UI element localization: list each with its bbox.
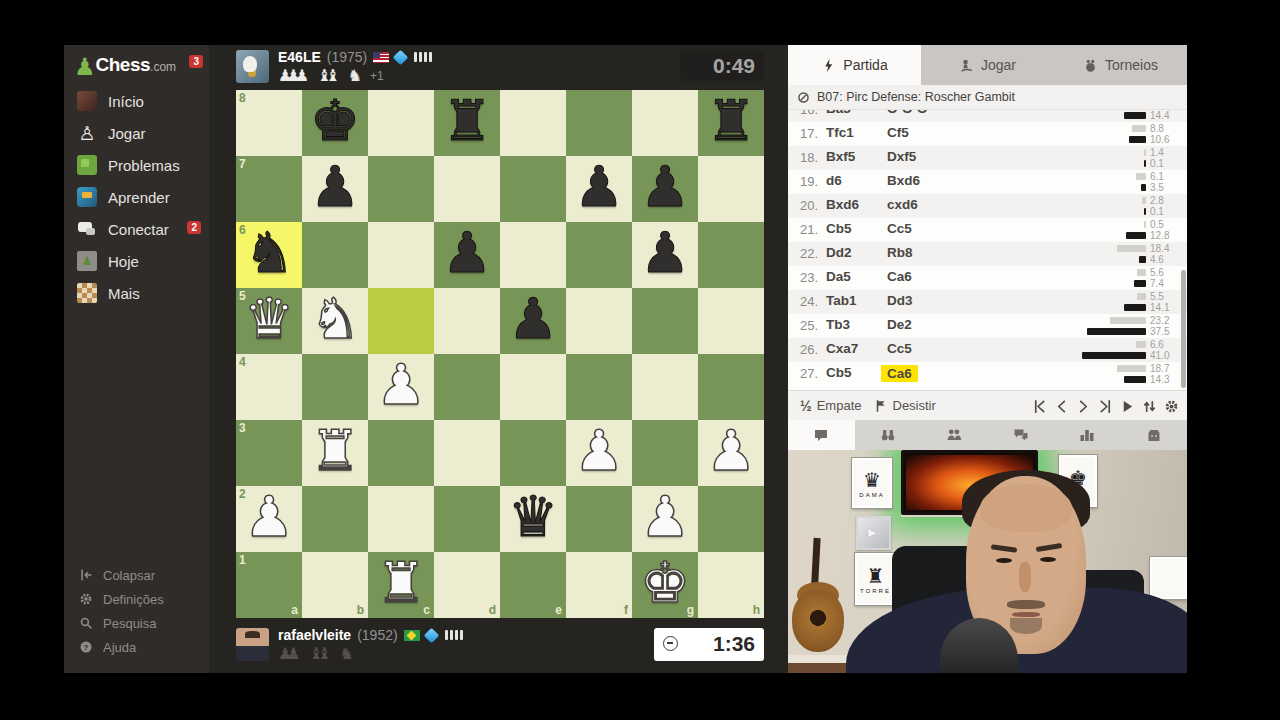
move-times: 2.80.1 bbox=[1057, 194, 1177, 218]
black-move[interactable]: Dd3 bbox=[887, 293, 913, 308]
rank-label: 7 bbox=[239, 157, 246, 171]
games-icon bbox=[1146, 427, 1162, 443]
move-number: 21. bbox=[800, 222, 818, 237]
bottom-player-avatar bbox=[236, 628, 269, 661]
rank-label: 3 bbox=[239, 421, 246, 435]
youtube-plaque bbox=[856, 516, 891, 550]
square-a5[interactable]: 5♛ bbox=[236, 288, 302, 354]
tab-jogar[interactable]: Jogar bbox=[921, 45, 1054, 85]
move-times: 8.810.6 bbox=[1057, 122, 1177, 146]
white-king[interactable]: ♚ bbox=[632, 552, 698, 618]
white-pawn[interactable]: ♟ bbox=[698, 420, 764, 486]
square-a7[interactable]: 7 bbox=[236, 156, 302, 222]
white-rook[interactable]: ♜ bbox=[368, 552, 434, 618]
black-move[interactable]: Dxf5 bbox=[887, 149, 916, 164]
move-row-19: 19.d6Bxd66.13.5 bbox=[788, 170, 1187, 194]
black-rook[interactable]: ♜ bbox=[434, 90, 500, 156]
square-c6[interactable] bbox=[368, 222, 434, 288]
tab-torneios[interactable]: Torneios bbox=[1054, 45, 1187, 85]
flip-move-button[interactable] bbox=[1142, 399, 1157, 414]
rank-label: 8 bbox=[239, 91, 246, 105]
logo-text: Chess bbox=[96, 54, 151, 75]
premium-diamond-icon bbox=[393, 49, 409, 65]
avatar-photo-icon bbox=[77, 91, 97, 111]
square-d1[interactable]: d bbox=[434, 552, 500, 618]
chesscom-logo[interactable]: ♟Chess.com 3 bbox=[64, 45, 209, 85]
square-e2[interactable]: ♛ bbox=[500, 486, 566, 552]
puzzle-icon bbox=[77, 155, 97, 175]
sidebar-footer-definies[interactable]: Definições bbox=[64, 587, 209, 611]
chess-board: 8♚♜♜7♟♟♟6♞♟♟5♛♞♟4♟3♜♟♟2♟♛♟1abc♜defg♚h bbox=[236, 90, 764, 618]
wall-frame bbox=[1150, 557, 1187, 599]
sidebar-item-aprender[interactable]: Aprender bbox=[64, 181, 209, 213]
move-number: 17. bbox=[800, 126, 818, 141]
icon-tab-chat[interactable] bbox=[788, 420, 855, 450]
top-captured-pieces: ♟♟♟ ♝♝ ♞ +1 bbox=[278, 68, 384, 84]
next-move-button[interactable] bbox=[1076, 399, 1091, 414]
black-pawn[interactable]: ♟ bbox=[632, 156, 698, 222]
rank-label: 1 bbox=[239, 553, 246, 567]
black-pawn[interactable]: ♟ bbox=[500, 288, 566, 354]
move-navigation bbox=[1032, 391, 1179, 421]
move-number: 27. bbox=[800, 366, 818, 381]
gear-icon bbox=[79, 592, 93, 606]
white-move[interactable]: Da5 bbox=[826, 269, 851, 284]
square-f8[interactable] bbox=[566, 90, 632, 156]
move-times: 5.67.4 bbox=[1057, 266, 1177, 290]
last-move-button[interactable] bbox=[1098, 399, 1113, 414]
move-row-25: 25.Tb3De223.237.5 bbox=[788, 314, 1187, 338]
logo-pawn-icon: ♟ bbox=[74, 53, 96, 80]
square-b6[interactable] bbox=[302, 222, 368, 288]
material-advantage: +1 bbox=[370, 68, 384, 84]
top-player-rating: (1975) bbox=[327, 49, 367, 65]
move-number: 20. bbox=[800, 198, 818, 213]
square-d3[interactable] bbox=[434, 420, 500, 486]
sidebar-item-jogar[interactable]: ♙ Jogar bbox=[64, 117, 209, 149]
square-c5[interactable] bbox=[368, 288, 434, 354]
square-a2[interactable]: 2♟ bbox=[236, 486, 302, 552]
minus-circle-icon bbox=[663, 636, 678, 651]
square-b4[interactable] bbox=[302, 354, 368, 420]
move-times: 6.13.5 bbox=[1057, 170, 1177, 194]
square-d7[interactable] bbox=[434, 156, 500, 222]
move-number: 25. bbox=[800, 318, 818, 333]
learn-icon bbox=[77, 187, 97, 207]
prev-move-button[interactable] bbox=[1054, 399, 1069, 414]
black-knight[interactable]: ♞ bbox=[236, 222, 302, 288]
white-pawn[interactable]: ♟ bbox=[368, 354, 434, 420]
chat-bubbles-icon bbox=[77, 219, 97, 239]
move-row-17: 17.Tfc1Cf58.810.6 bbox=[788, 122, 1187, 146]
square-a4[interactable]: 4 bbox=[236, 354, 302, 420]
first-move-button[interactable] bbox=[1032, 399, 1047, 414]
right-panel: PartidaJogarTorneios B07: Pirc Defense: … bbox=[788, 45, 1187, 673]
connection-bars-icon bbox=[445, 630, 463, 640]
sidebar-item-label: Aprender bbox=[108, 189, 170, 206]
move-row-23: 23.Da5Ca65.67.4 bbox=[788, 266, 1187, 290]
half-point-icon: ½ bbox=[800, 398, 812, 414]
move-row-22: 22.Dd2Rb818.44.6 bbox=[788, 242, 1187, 266]
square-h3[interactable]: ♟ bbox=[698, 420, 764, 486]
square-h8[interactable]: ♜ bbox=[698, 90, 764, 156]
move-number: 26. bbox=[800, 342, 818, 357]
white-move[interactable]: Ba3 bbox=[826, 110, 851, 116]
square-c2[interactable] bbox=[368, 486, 434, 552]
white-move[interactable]: Bxd6 bbox=[826, 197, 859, 212]
file-label: a bbox=[291, 603, 298, 617]
search-icon bbox=[79, 616, 93, 630]
file-label: f bbox=[624, 603, 628, 617]
square-h6[interactable] bbox=[698, 222, 764, 288]
square-f7[interactable]: ♟ bbox=[566, 156, 632, 222]
move-times: 14.4 bbox=[1057, 110, 1177, 122]
black-move[interactable]: O-O-O bbox=[887, 110, 928, 116]
square-h4[interactable] bbox=[698, 354, 764, 420]
stats-icon bbox=[1079, 427, 1095, 443]
square-b3[interactable]: ♜ bbox=[302, 420, 368, 486]
file-label: b bbox=[357, 603, 364, 617]
square-e3[interactable] bbox=[500, 420, 566, 486]
sidebar-item-label: Conectar bbox=[108, 221, 169, 238]
top-player-bar: E46LE (1975) ♟♟♟ ♝♝ ♞ +1 0:49 bbox=[236, 45, 764, 88]
notification-badge: 2 bbox=[187, 221, 201, 234]
captured-knight: ♞ bbox=[348, 68, 362, 84]
white-queen[interactable]: ♛ bbox=[236, 288, 302, 354]
black-move-current[interactable]: Ca6 bbox=[881, 365, 918, 382]
opening-book-icon bbox=[797, 91, 810, 104]
square-a3[interactable]: 3 bbox=[236, 420, 302, 486]
opening-name: B07: Pirc Defense: Roscher Gambit bbox=[817, 90, 1015, 104]
square-a1[interactable]: 1a bbox=[236, 552, 302, 618]
move-times: 0.512.8 bbox=[1057, 218, 1177, 242]
square-b8[interactable]: ♚ bbox=[302, 90, 368, 156]
settings-move-button[interactable] bbox=[1164, 399, 1179, 414]
sidebar-item-problemas[interactable]: Problemas bbox=[64, 149, 209, 181]
white-move[interactable]: Bxf5 bbox=[826, 149, 855, 164]
icon-tab-stats[interactable] bbox=[1054, 420, 1121, 450]
sidebar-item-label: Jogar bbox=[108, 125, 146, 142]
move-times: 18.714.3 bbox=[1057, 362, 1177, 386]
white-move[interactable]: Tfc1 bbox=[826, 125, 854, 140]
square-c3[interactable] bbox=[368, 420, 434, 486]
square-c8[interactable] bbox=[368, 90, 434, 156]
white-rook[interactable]: ♜ bbox=[302, 420, 368, 486]
square-g6[interactable]: ♟ bbox=[632, 222, 698, 288]
white-pawn[interactable]: ♟ bbox=[566, 420, 632, 486]
move-times: 5.514.1 bbox=[1057, 290, 1177, 314]
sidebar-item-conectar[interactable]: Conectar2 bbox=[64, 213, 209, 245]
square-e5[interactable]: ♟ bbox=[500, 288, 566, 354]
move-times: 18.44.6 bbox=[1057, 242, 1177, 266]
observe-icon bbox=[880, 427, 896, 443]
square-e4[interactable] bbox=[500, 354, 566, 420]
move-times: 6.641.0 bbox=[1057, 338, 1177, 362]
sidebar-item-mais[interactable]: Mais bbox=[64, 277, 209, 309]
sidebar: ♟Chess.com 3 Início♙ Jogar Problemas Apr… bbox=[64, 45, 209, 673]
sidebar-item-label: Problemas bbox=[108, 157, 180, 174]
square-b2[interactable] bbox=[302, 486, 368, 552]
square-e7[interactable] bbox=[500, 156, 566, 222]
square-f4[interactable] bbox=[566, 354, 632, 420]
square-a6[interactable]: 6♞ bbox=[236, 222, 302, 288]
white-move[interactable]: Cb5 bbox=[826, 365, 852, 380]
white-move[interactable]: Tab1 bbox=[826, 293, 857, 308]
chats-icon bbox=[1013, 427, 1029, 443]
black-move[interactable]: Cf5 bbox=[887, 125, 909, 140]
square-f2[interactable] bbox=[566, 486, 632, 552]
panel-tabs: PartidaJogarTorneios bbox=[788, 45, 1187, 85]
black-move[interactable]: De2 bbox=[887, 317, 912, 332]
square-b1[interactable]: b bbox=[302, 552, 368, 618]
white-move[interactable]: Cb5 bbox=[826, 221, 852, 236]
bottom-player-bar: rafaelvleite (1952) ♟♟ ♝♝ ♞ 1:36 bbox=[236, 623, 764, 666]
square-c7[interactable] bbox=[368, 156, 434, 222]
hand-pawn-icon: ♙ bbox=[77, 123, 97, 143]
game-area: E46LE (1975) ♟♟♟ ♝♝ ♞ +1 0:49 8♚♜♜7♟♟♟6♞… bbox=[209, 45, 788, 673]
captured-pawns: ♟♟ bbox=[278, 646, 301, 662]
sidebar-item-início[interactable]: Início bbox=[64, 85, 209, 117]
icon-tab-players[interactable] bbox=[921, 420, 988, 450]
square-f6[interactable] bbox=[566, 222, 632, 288]
file-label: d bbox=[489, 603, 496, 617]
draw-offer-button[interactable]: ½ Empate bbox=[800, 398, 862, 414]
bottom-player-clock: 1:36 bbox=[654, 628, 764, 661]
bottom-player-rating: (1952) bbox=[357, 627, 397, 643]
players-icon bbox=[946, 427, 962, 443]
black-pawn[interactable]: ♟ bbox=[632, 222, 698, 288]
square-h1[interactable]: h bbox=[698, 552, 764, 618]
square-e1[interactable]: e bbox=[500, 552, 566, 618]
black-move[interactable]: cxd6 bbox=[887, 197, 918, 212]
black-pawn[interactable]: ♟ bbox=[434, 222, 500, 288]
white-move[interactable]: Tb3 bbox=[826, 317, 850, 332]
premium-diamond-icon bbox=[423, 627, 439, 643]
sidebar-item-label: Início bbox=[108, 93, 144, 110]
move-row-24: 24.Tab1Dd35.514.1 bbox=[788, 290, 1187, 314]
icon-tab-chats[interactable] bbox=[988, 420, 1055, 450]
webcam-video: ♛DAMA ♜TORRE ♚REI bbox=[788, 450, 1187, 673]
sidebar-footer-colapsar[interactable]: Colapsar bbox=[64, 563, 209, 587]
move-number: 22. bbox=[800, 246, 818, 261]
white-knight[interactable]: ♞ bbox=[302, 288, 368, 354]
white-move[interactable]: d6 bbox=[826, 173, 842, 188]
move-times: 23.237.5 bbox=[1057, 314, 1177, 338]
file-label: h bbox=[753, 603, 760, 617]
chat-icon bbox=[813, 427, 829, 443]
move-row-27: 27.Cb5Ca618.714.3 bbox=[788, 362, 1187, 386]
sidebar-item-label: Mais bbox=[108, 285, 140, 302]
movelist-scrollbar[interactable] bbox=[1181, 270, 1186, 388]
file-label: e bbox=[555, 603, 562, 617]
play-move-button[interactable] bbox=[1120, 399, 1135, 414]
queen-poster: ♛DAMA bbox=[852, 458, 892, 508]
move-number: 18. bbox=[800, 150, 818, 165]
square-e6[interactable] bbox=[500, 222, 566, 288]
icon-tab-observe[interactable] bbox=[855, 420, 922, 450]
captured-pawns: ♟♟♟ bbox=[278, 68, 309, 84]
square-g2[interactable]: ♟ bbox=[632, 486, 698, 552]
square-h7[interactable] bbox=[698, 156, 764, 222]
lightning-icon bbox=[821, 58, 836, 73]
black-king[interactable]: ♚ bbox=[302, 90, 368, 156]
black-pawn[interactable]: ♟ bbox=[302, 156, 368, 222]
move-number: 24. bbox=[800, 294, 818, 309]
game-controls: ½ Empate Desistir bbox=[788, 390, 1187, 420]
square-g5[interactable] bbox=[632, 288, 698, 354]
white-pawn[interactable]: ♟ bbox=[632, 486, 698, 552]
square-f5[interactable] bbox=[566, 288, 632, 354]
top-player-clock: 0:49 bbox=[680, 51, 764, 81]
captured-bishops: ♝♝ bbox=[317, 68, 340, 84]
move-row-16: 16.Ba3O-O-O14.4 bbox=[788, 110, 1187, 122]
move-row-20: 20.Bxd6cxd62.80.1 bbox=[788, 194, 1187, 218]
square-d8[interactable]: ♜ bbox=[434, 90, 500, 156]
move-number: 23. bbox=[800, 270, 818, 285]
square-g4[interactable] bbox=[632, 354, 698, 420]
captured-bishops: ♝♝ bbox=[309, 646, 332, 662]
square-d2[interactable] bbox=[434, 486, 500, 552]
square-d4[interactable] bbox=[434, 354, 500, 420]
resign-flag-icon bbox=[874, 399, 888, 413]
white-move[interactable]: Cxa7 bbox=[826, 341, 858, 356]
move-times: 1.40.1 bbox=[1057, 146, 1177, 170]
us-flag-icon bbox=[373, 52, 389, 63]
sidebar-footer-pesquisa[interactable]: Pesquisa bbox=[64, 611, 209, 635]
checkerboard-icon bbox=[77, 283, 97, 303]
move-list: 16.Ba3O-O-O14.417.Tfc1Cf58.810.618.Bxf5D… bbox=[788, 110, 1187, 390]
black-queen[interactable]: ♛ bbox=[500, 486, 566, 552]
square-g8[interactable] bbox=[632, 90, 698, 156]
square-b5[interactable]: ♞ bbox=[302, 288, 368, 354]
captured-knight: ♞ bbox=[339, 646, 353, 662]
bottom-captured-pieces: ♟♟ ♝♝ ♞ bbox=[278, 646, 354, 662]
question-icon: ? bbox=[79, 640, 93, 654]
sidebar-footer-ajuda[interactable]: ?Ajuda bbox=[64, 635, 209, 659]
white-pawn[interactable]: ♟ bbox=[236, 486, 302, 552]
connection-bars-icon bbox=[414, 52, 432, 62]
medal-icon bbox=[1083, 58, 1098, 73]
square-h2[interactable] bbox=[698, 486, 764, 552]
move-row-18: 18.Bxf5Dxf51.40.1 bbox=[788, 146, 1187, 170]
square-b7[interactable]: ♟ bbox=[302, 156, 368, 222]
icon-tab-games[interactable] bbox=[1121, 420, 1188, 450]
sidebar-item-label: Hoje bbox=[108, 253, 139, 270]
square-h5[interactable] bbox=[698, 288, 764, 354]
rook-poster: ♜TORRE bbox=[855, 553, 896, 605]
black-rook[interactable]: ♜ bbox=[698, 90, 764, 156]
brazil-flag-icon bbox=[404, 630, 420, 641]
panel-icon-tabs bbox=[788, 420, 1187, 450]
square-d5[interactable] bbox=[434, 288, 500, 354]
notification-badge: 3 bbox=[189, 55, 203, 68]
top-player-avatar bbox=[236, 50, 269, 83]
tv-pawn-icon bbox=[77, 251, 97, 271]
app-window: ♟Chess.com 3 Início♙ Jogar Problemas Apr… bbox=[64, 45, 1187, 673]
tab-partida[interactable]: Partida bbox=[788, 45, 921, 85]
move-row-21: 21.Cb5Cc50.512.8 bbox=[788, 218, 1187, 242]
collapse-icon bbox=[79, 568, 93, 582]
square-c4[interactable]: ♟ bbox=[368, 354, 434, 420]
square-a8[interactable]: 8 bbox=[236, 90, 302, 156]
move-number: 19. bbox=[800, 174, 818, 189]
square-f1[interactable]: f bbox=[566, 552, 632, 618]
resign-button[interactable]: Desistir bbox=[874, 398, 936, 413]
top-player-name[interactable]: E46LE bbox=[278, 49, 321, 65]
square-d6[interactable]: ♟ bbox=[434, 222, 500, 288]
move-row-26: 26.Cxa7Cc56.641.0 bbox=[788, 338, 1187, 362]
sidebar-item-hoje[interactable]: Hoje bbox=[64, 245, 209, 277]
opening-name-row: B07: Pirc Defense: Roscher Gambit bbox=[788, 85, 1187, 110]
bottom-player-name[interactable]: rafaelvleite bbox=[278, 627, 351, 643]
black-pawn[interactable]: ♟ bbox=[566, 156, 632, 222]
black-move[interactable]: Cc5 bbox=[887, 341, 912, 356]
rank-label: 4 bbox=[239, 355, 246, 369]
hand-pawn-icon bbox=[959, 58, 974, 73]
svg-text:?: ? bbox=[84, 643, 89, 652]
square-f3[interactable]: ♟ bbox=[566, 420, 632, 486]
black-move[interactable]: Cc5 bbox=[887, 221, 912, 236]
move-number: 16. bbox=[800, 110, 818, 117]
logo-com-text: .com bbox=[150, 60, 176, 74]
black-move[interactable]: Rb8 bbox=[887, 245, 913, 260]
square-g7[interactable]: ♟ bbox=[632, 156, 698, 222]
square-g3[interactable] bbox=[632, 420, 698, 486]
black-move[interactable]: Ca6 bbox=[887, 269, 912, 284]
black-move[interactable]: Bxd6 bbox=[887, 173, 920, 188]
square-e8[interactable] bbox=[500, 90, 566, 156]
square-g1[interactable]: g♚ bbox=[632, 552, 698, 618]
white-move[interactable]: Dd2 bbox=[826, 245, 852, 260]
square-c1[interactable]: c♜ bbox=[368, 552, 434, 618]
